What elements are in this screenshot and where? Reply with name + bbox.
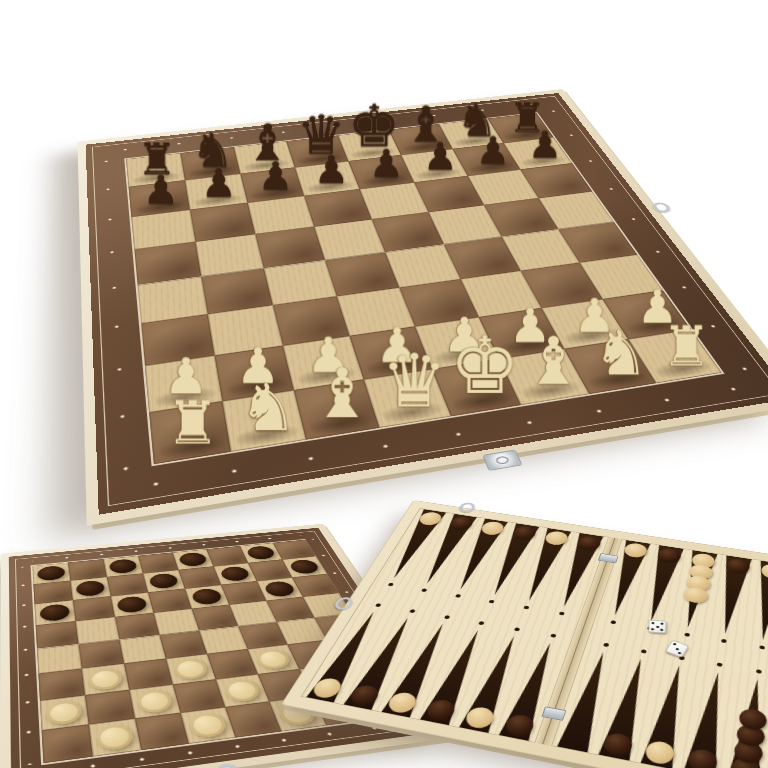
dark-checker[interactable]: [37, 565, 66, 581]
light-checker[interactable]: [136, 689, 174, 714]
checkers-square-7-0[interactable]: [42, 725, 93, 764]
dark-backgammon-checker[interactable]: [686, 747, 718, 768]
checkers-square-7-4[interactable]: [225, 702, 281, 738]
square-c5[interactable]: [255, 227, 325, 268]
peg-hole: [550, 633, 556, 637]
peg-hole: [489, 600, 495, 604]
light-checker[interactable]: [87, 667, 123, 691]
light-backgammon-checker[interactable]: [644, 739, 676, 766]
black-pawn[interactable]: ♟: [528, 126, 562, 163]
black-pawn[interactable]: ♟: [423, 138, 457, 176]
light-backgammon-checker[interactable]: [310, 677, 345, 700]
dark-checker[interactable]: [40, 603, 71, 622]
checkers-square-7-1[interactable]: [89, 719, 142, 757]
die[interactable]: [648, 620, 667, 634]
backgammon-case-tilt: [294, 500, 768, 768]
square-b5[interactable]: [195, 234, 263, 276]
die[interactable]: [665, 640, 690, 658]
dark-backgammon-checker[interactable]: [733, 739, 764, 766]
dark-backgammon-checker[interactable]: [738, 707, 768, 732]
product-photo: ♜♞♝♛♚♝♞♜♟♟♟♟♟♟♟♟♟♟♟♟♟♟♟♟♜♞♝♛♚♝♞♜: [0, 0, 768, 768]
white-knight[interactable]: ♞: [593, 322, 648, 384]
peg-hole: [479, 621, 485, 625]
black-pawn[interactable]: ♟: [314, 151, 349, 190]
peg-hole: [640, 649, 646, 653]
dark-checker[interactable]: [116, 595, 148, 613]
peg-hole: [559, 612, 565, 616]
light-checker[interactable]: [222, 678, 262, 703]
dark-checker[interactable]: [219, 566, 252, 582]
checkers-square-2-0[interactable]: [35, 600, 76, 625]
black-pawn[interactable]: ♟: [476, 132, 510, 170]
backgammon-scene: [344, 468, 768, 768]
dark-checker[interactable]: [263, 580, 297, 597]
backgammon-case: [281, 500, 768, 768]
backgammon-point[interactable]: [678, 669, 737, 768]
dark-backgammon-checker[interactable]: [423, 698, 457, 722]
checkers-square-6-4[interactable]: [216, 674, 269, 707]
die-pip: [651, 622, 654, 624]
white-bishop[interactable]: ♝: [523, 329, 582, 395]
light-checker[interactable]: [95, 723, 134, 751]
peg-hole: [678, 656, 684, 661]
light-checker[interactable]: [187, 712, 228, 739]
light-backgammon-checker[interactable]: [463, 705, 497, 730]
die-pip: [673, 643, 677, 646]
light-checker[interactable]: [46, 699, 83, 725]
peg-hole: [421, 588, 427, 592]
square-e4[interactable]: [385, 244, 461, 287]
checkers-square-5-4[interactable]: [207, 649, 258, 679]
peg-hole: [524, 606, 530, 610]
square-b4[interactable]: [201, 268, 273, 314]
peg-hole: [603, 643, 609, 647]
die-pip: [656, 625, 659, 627]
dark-checker[interactable]: [178, 552, 209, 568]
black-pawn[interactable]: ♟: [143, 170, 179, 210]
dark-checker[interactable]: [108, 558, 138, 574]
dark-backgammon-checker[interactable]: [502, 713, 536, 738]
checkers-square-5-1[interactable]: [82, 664, 130, 696]
dark-backgammon-checker[interactable]: [735, 723, 765, 749]
black-pawn[interactable]: ♟: [201, 164, 236, 203]
die-pip: [660, 623, 663, 625]
white-bishop[interactable]: ♝: [311, 360, 372, 428]
peg-hole: [760, 645, 766, 649]
square-d1[interactable]: ♛: [364, 369, 451, 428]
backgammon-point[interactable]: [455, 633, 532, 734]
light-backgammon-checker[interactable]: [385, 691, 420, 715]
dark-checker[interactable]: [148, 573, 179, 590]
checkers-square-2-1[interactable]: [73, 596, 115, 621]
checkers-scene: [4, 436, 392, 768]
light-checker[interactable]: [254, 648, 293, 670]
peg-hole: [684, 633, 690, 637]
checkers-square-1-2[interactable]: [107, 573, 148, 596]
chess-board[interactable]: ♜♞♝♛♚♝♞♜♟♟♟♟♟♟♟♟♟♟♟♟♟♟♟♟♜♞♝♛♚♝♞♜: [124, 112, 724, 466]
checkers-square-2-5[interactable]: [221, 581, 266, 605]
die-pip: [678, 652, 682, 655]
peg-hole: [756, 669, 762, 674]
backgammon-point[interactable]: [722, 676, 768, 768]
black-pawn[interactable]: ♟: [369, 145, 403, 183]
dark-backgammon-checker[interactable]: [730, 756, 761, 768]
white-rook[interactable]: ♜: [661, 318, 711, 373]
backgammon-point[interactable]: [594, 656, 660, 762]
dark-backgammon-checker[interactable]: [602, 731, 635, 757]
square-d7[interactable]: ♟: [295, 161, 360, 196]
peg-hole: [717, 662, 723, 667]
backgammon-point[interactable]: [339, 615, 425, 711]
peg-hole: [455, 594, 461, 598]
peg-hole: [444, 615, 450, 619]
checkers-square-5-5[interactable]: [248, 645, 300, 675]
peg-hole: [721, 639, 727, 643]
die-pip: [660, 629, 663, 631]
white-king[interactable]: ♚: [449, 327, 519, 406]
dark-checker[interactable]: [288, 559, 322, 575]
checkers-square-7-2[interactable]: [135, 713, 189, 750]
clasp-icon: [457, 502, 476, 514]
dark-checker[interactable]: [75, 580, 105, 597]
backgammon-point[interactable]: [415, 627, 495, 726]
light-checker[interactable]: [172, 658, 209, 681]
peg-hole: [409, 609, 415, 613]
peg-hole: [647, 626, 653, 630]
square-c1[interactable]: ♝: [294, 380, 380, 440]
white-knight[interactable]: ♞: [238, 375, 297, 440]
dark-checker[interactable]: [245, 545, 277, 560]
checkers-square-6-2[interactable]: [129, 685, 180, 719]
backgammon-point[interactable]: [636, 662, 698, 768]
clasp-icon: [215, 763, 241, 768]
hinge-icon: [598, 553, 619, 563]
dark-checker[interactable]: [190, 588, 223, 606]
peg-hole: [514, 627, 520, 631]
die-pip: [675, 647, 679, 650]
peg-hole: [388, 583, 394, 587]
dark-backgammon-checker[interactable]: [347, 684, 382, 708]
clasp-icon: [650, 202, 672, 213]
checkers-square-3-0[interactable]: [36, 621, 79, 648]
die-pip: [651, 628, 654, 630]
white-queen[interactable]: ♛: [381, 344, 447, 418]
peg-hole: [610, 620, 616, 624]
peg-hole: [375, 603, 382, 607]
backgammon-point[interactable]: [377, 621, 460, 718]
black-pawn[interactable]: ♟: [258, 157, 293, 196]
